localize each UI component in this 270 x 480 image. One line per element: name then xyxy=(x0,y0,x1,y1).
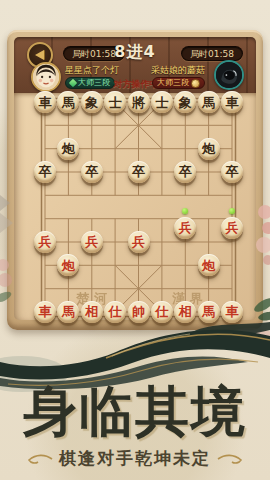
board-grid-lines xyxy=(45,102,233,313)
piece-red-兵[interactable]: 兵 xyxy=(128,231,150,253)
left-player-name: 星星点了个灯 xyxy=(65,64,119,77)
piece-black-象[interactable]: 象 xyxy=(81,91,103,113)
xiangqi-board[interactable]: 楚河 漢界 車馬象士將士象馬車炮炮卒卒卒卒卒兵兵兵兵兵炮炮車馬相仕帥仕相馬車 xyxy=(14,93,256,320)
left-player-avatar[interactable] xyxy=(31,62,61,92)
piece-black-將[interactable]: 將 xyxy=(128,91,150,113)
right-player-name: 采姑娘的蘑菇 xyxy=(151,64,205,77)
piece-black-馬[interactable]: 馬 xyxy=(198,91,220,113)
hero-title: 身临其境 xyxy=(0,382,270,441)
flourish-left-icon xyxy=(27,453,53,465)
ink-cat-icon xyxy=(216,62,242,88)
piece-black-卒[interactable]: 卒 xyxy=(34,161,56,183)
opera-face-icon xyxy=(33,64,59,90)
piece-black-士[interactable]: 士 xyxy=(104,91,126,113)
piece-red-炮[interactable]: 炮 xyxy=(198,254,220,276)
right-rank-label: 大师三段 xyxy=(157,77,189,89)
coin-icon xyxy=(191,79,200,88)
piece-black-士[interactable]: 士 xyxy=(151,91,173,113)
move-indicator-dot xyxy=(229,208,235,214)
game-frame: 局时01:58 8进4 局时01:58 星星点了个灯 xyxy=(7,30,263,330)
piece-black-卒[interactable]: 卒 xyxy=(128,161,150,183)
hero-subtitle-row: 棋逢对手乾坤未定 xyxy=(0,447,270,470)
piece-black-炮[interactable]: 炮 xyxy=(57,138,79,160)
right-player-rank-badge: 大师三段 xyxy=(152,77,205,89)
app-screen: 局时01:58 8进4 局时01:58 星星点了个灯 xyxy=(0,0,270,480)
hero-subtitle: 棋逢对手乾坤未定 xyxy=(59,447,211,470)
top-bar: 局时01:58 8进4 局时01:58 星星点了个灯 xyxy=(14,37,256,93)
piece-black-炮[interactable]: 炮 xyxy=(198,138,220,160)
piece-black-卒[interactable]: 卒 xyxy=(221,161,243,183)
flourish-right-icon xyxy=(217,453,243,465)
right-player-timer: 局时01:58 xyxy=(181,46,243,61)
piece-black-車[interactable]: 車 xyxy=(221,91,243,113)
piece-black-卒[interactable]: 卒 xyxy=(81,161,103,183)
piece-red-兵[interactable]: 兵 xyxy=(221,217,243,239)
piece-black-車[interactable]: 車 xyxy=(34,91,56,113)
right-player-avatar[interactable] xyxy=(214,60,244,90)
piece-red-兵[interactable]: 兵 xyxy=(81,231,103,253)
piece-red-兵[interactable]: 兵 xyxy=(34,231,56,253)
gem-icon xyxy=(69,79,77,87)
